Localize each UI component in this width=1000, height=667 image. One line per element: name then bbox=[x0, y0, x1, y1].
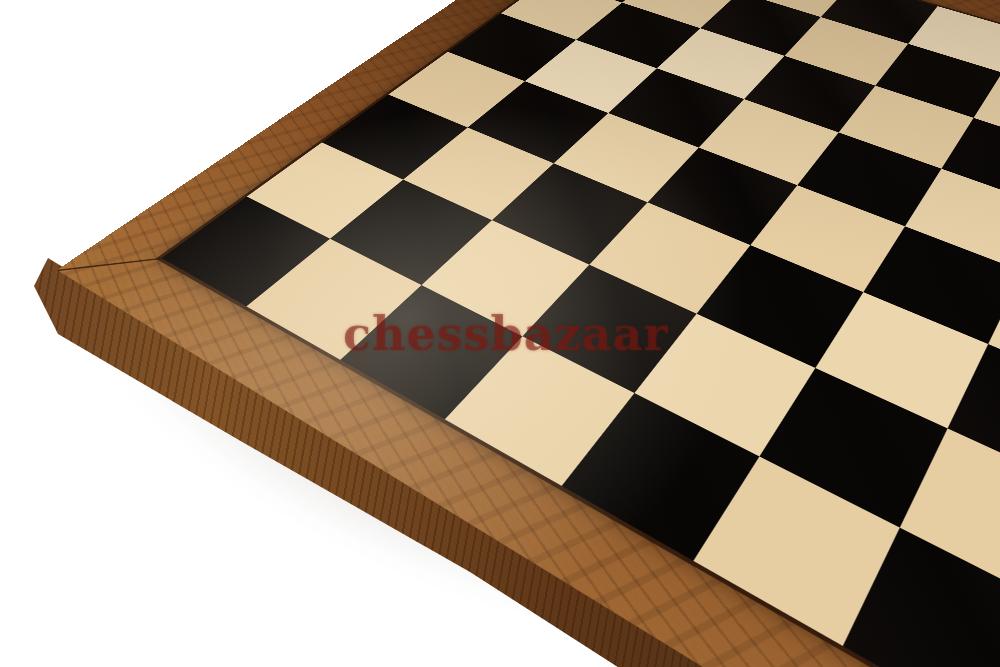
product-photo: chessbazaar bbox=[0, 0, 1000, 667]
frame-mitre-joint bbox=[58, 258, 164, 271]
board-squares-grid bbox=[162, 0, 1000, 667]
board-scene bbox=[0, 0, 1000, 667]
